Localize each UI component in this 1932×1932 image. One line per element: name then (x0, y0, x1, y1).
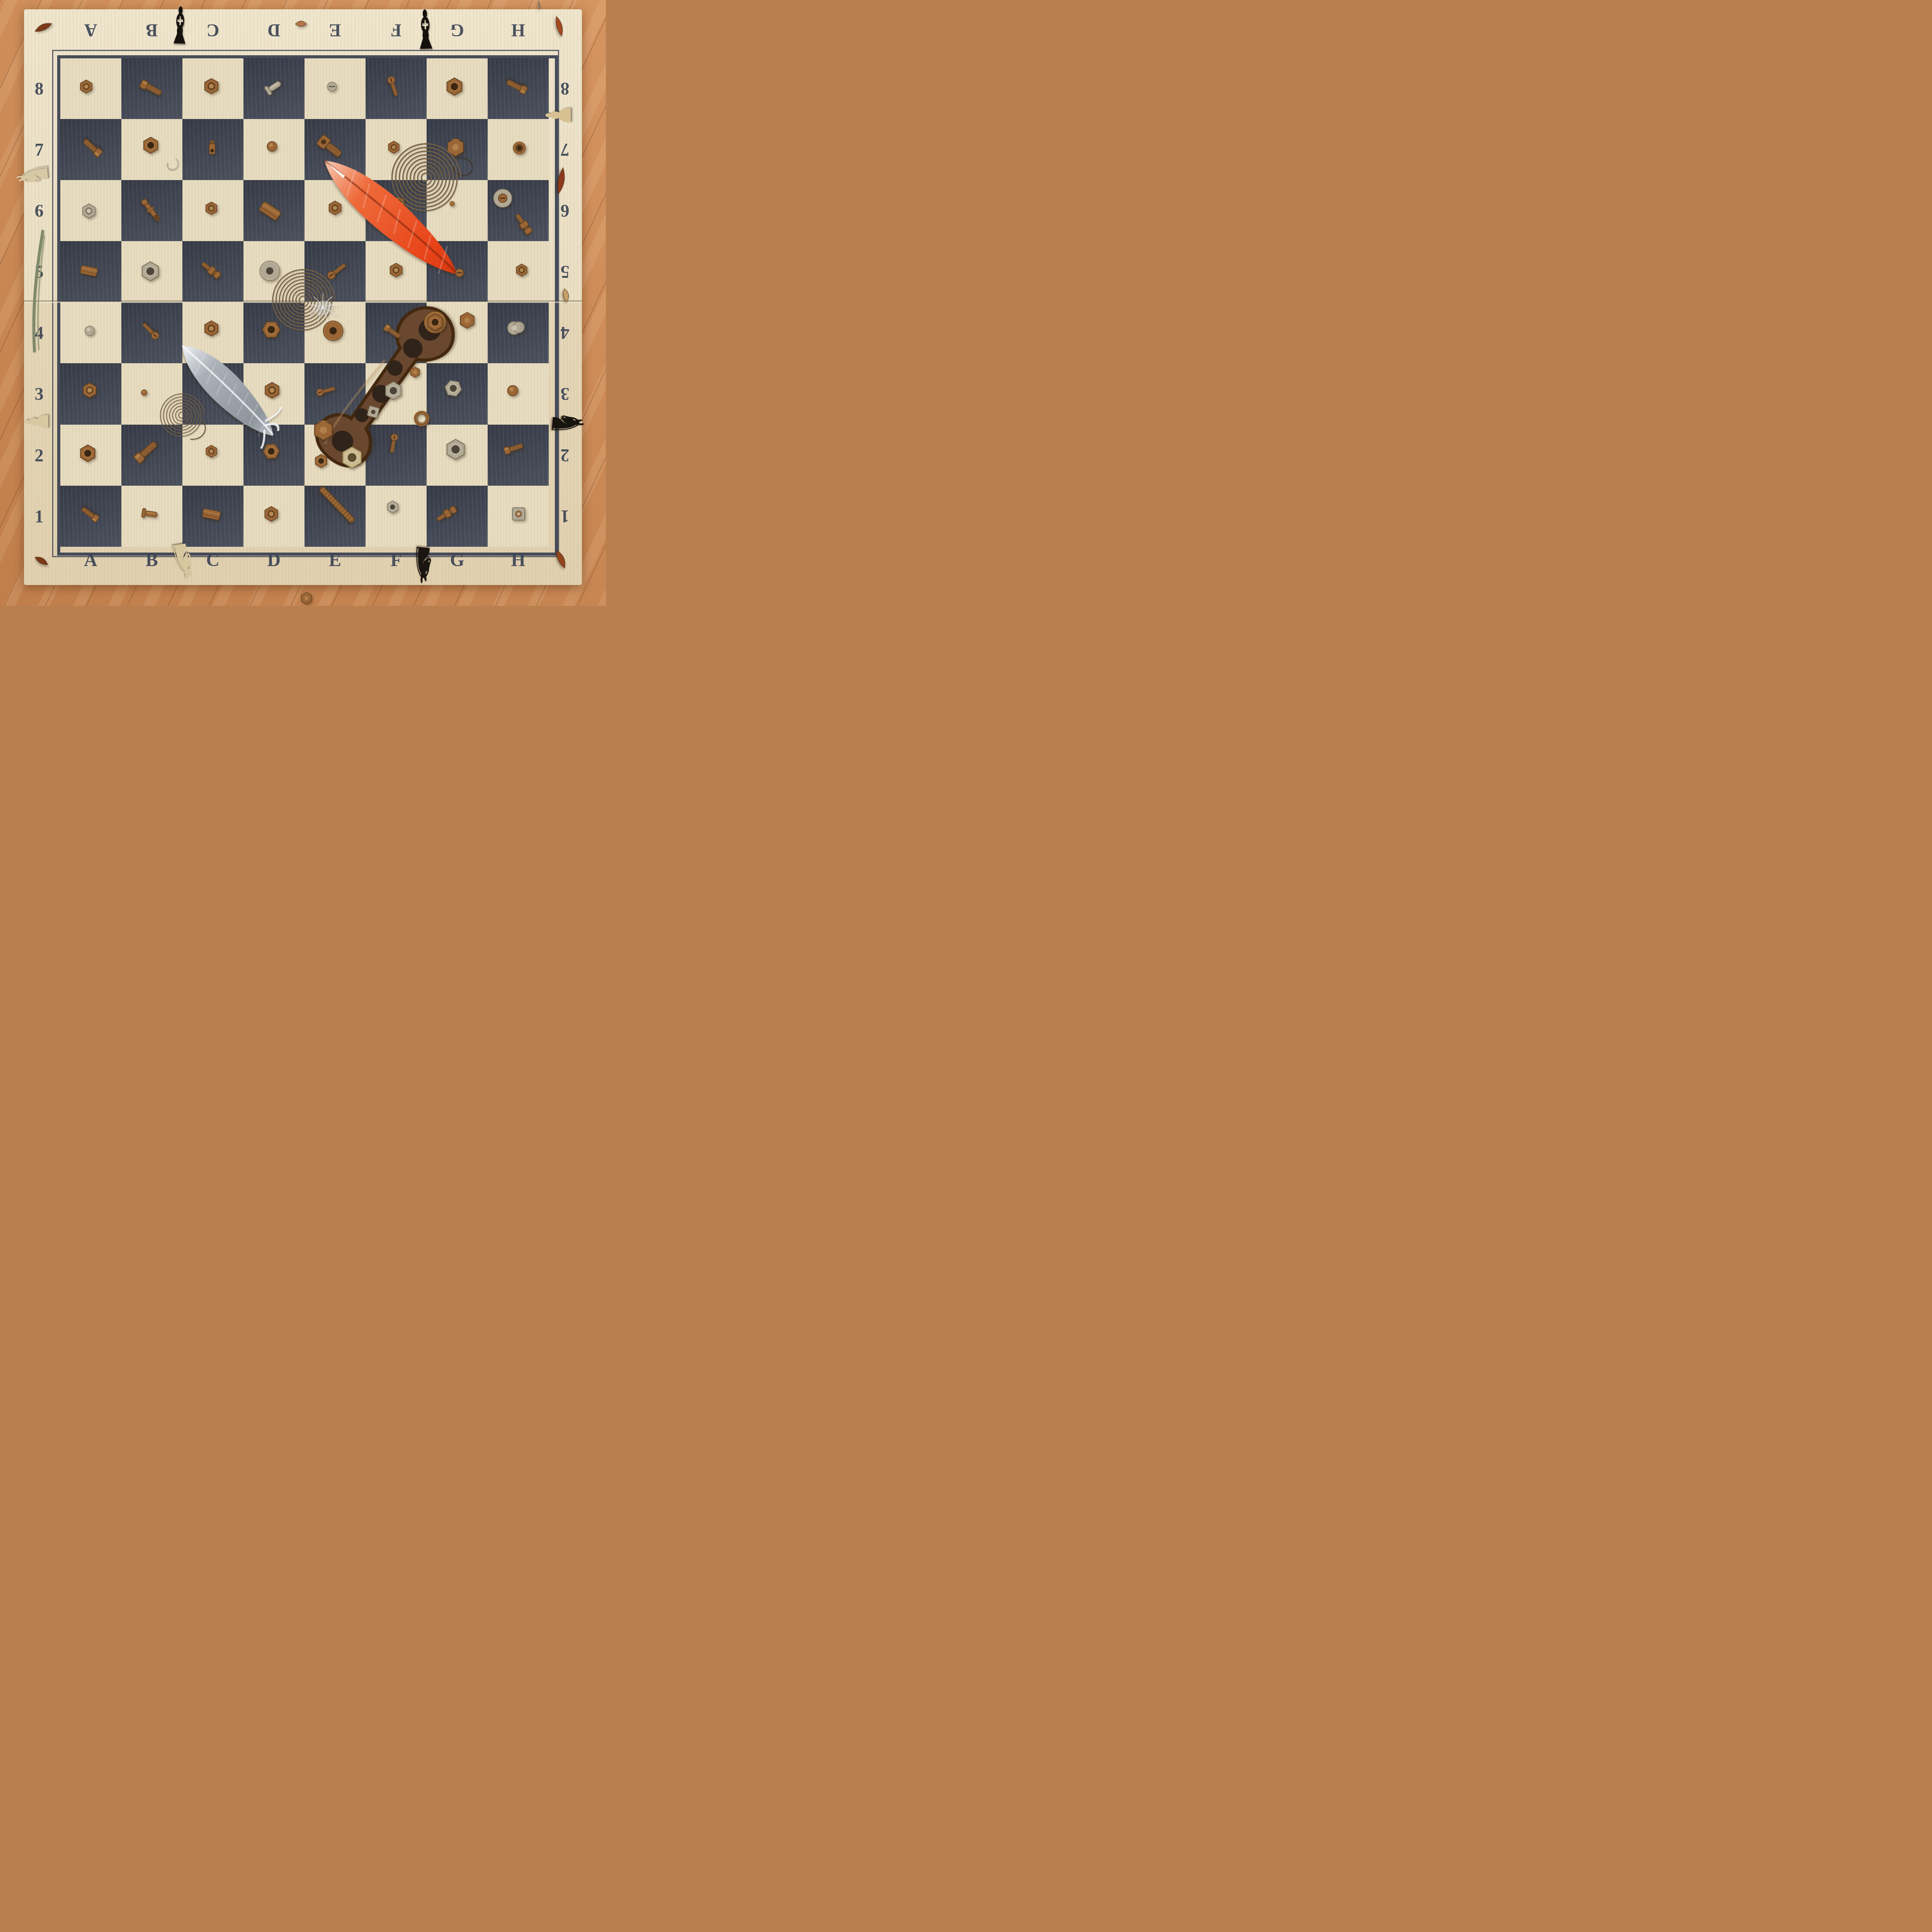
file-label-bottom-h: H (511, 549, 526, 570)
file-label-top-g: G (450, 20, 464, 41)
square-g3 (427, 363, 488, 424)
square-g4 (427, 302, 488, 363)
rank-label-right-4: 4 (561, 323, 570, 343)
file-label-bottom-g: G (450, 549, 464, 570)
square-a7 (60, 119, 121, 180)
square-e6 (304, 180, 366, 241)
square-b7 (121, 119, 182, 180)
rank-label-left-5: 5 (35, 262, 44, 282)
square-b8 (121, 58, 182, 119)
file-label-top-d: D (267, 20, 280, 41)
square-f5 (366, 241, 427, 302)
square-d4 (243, 302, 304, 363)
square-h4 (488, 302, 549, 363)
square-e3 (304, 363, 366, 424)
file-label-top-c: C (206, 20, 219, 41)
square-b5 (121, 241, 182, 302)
rank-label-left-1: 1 (35, 506, 44, 526)
file-label-top-b: B (146, 20, 158, 41)
square-h8 (488, 58, 549, 119)
square-f7 (366, 119, 427, 180)
rank-label-right-6: 6 (561, 201, 570, 221)
square-c5 (182, 241, 243, 302)
square-h3 (488, 363, 549, 424)
square-h6 (488, 180, 549, 241)
square-e1 (304, 486, 366, 547)
rank-label-left-4: 4 (35, 323, 44, 343)
square-g1 (427, 486, 488, 547)
rank-label-right-7: 7 (561, 139, 570, 160)
file-label-bottom-b: B (146, 549, 158, 570)
square-c7 (182, 119, 243, 180)
file-label-bottom-c: C (206, 549, 219, 570)
file-label-bottom-f: F (390, 549, 401, 570)
square-d3 (243, 363, 304, 424)
square-b4 (121, 302, 182, 363)
square-f2 (366, 425, 427, 486)
file-label-bottom-d: D (267, 549, 281, 570)
file-label-bottom-e: E (329, 549, 341, 570)
square-d6 (243, 180, 304, 241)
square-c1 (182, 486, 243, 547)
square-e5 (304, 241, 366, 302)
rank-label-right-1: 1 (561, 506, 570, 526)
square-d2 (243, 425, 304, 486)
file-label-top-e: E (329, 20, 341, 41)
square-g7 (427, 119, 488, 180)
square-c3 (182, 363, 243, 424)
rank-label-left-3: 3 (35, 384, 44, 404)
square-h2 (488, 425, 549, 486)
square-c2 (182, 425, 243, 486)
square-a5 (60, 241, 121, 302)
square-b1 (121, 486, 182, 547)
square-a2 (60, 425, 121, 486)
rank-label-right-8: 8 (561, 78, 570, 99)
square-d1 (243, 486, 304, 547)
square-c8 (182, 58, 243, 119)
rank-label-left-8: 8 (35, 78, 44, 99)
file-label-top-h: H (511, 20, 525, 41)
file-label-bottom-a: A (84, 549, 97, 570)
pin-top-right (534, 0, 545, 10)
rank-label-left-2: 2 (35, 445, 44, 465)
square-b3 (121, 363, 182, 424)
square-e7 (304, 119, 366, 180)
square-f4 (366, 302, 427, 363)
square-h1 (488, 486, 549, 547)
rank-label-right-3: 3 (561, 384, 570, 404)
square-h7 (488, 119, 549, 180)
square-a3 (60, 363, 121, 424)
rank-label-right-5: 5 (561, 262, 570, 282)
rank-label-right-2: 2 (561, 445, 570, 465)
square-g5 (427, 241, 488, 302)
square-b2 (121, 425, 182, 486)
square-f1 (366, 486, 427, 547)
square-c6 (182, 180, 243, 241)
rank-label-left-7: 7 (35, 139, 44, 160)
clamp-floor (300, 591, 313, 604)
square-a1 (60, 486, 121, 547)
file-label-top-a: A (84, 20, 97, 41)
square-d8 (243, 58, 304, 119)
chess-still-life-photo: AABBCCDDEEFFGGHH8877665544332211 ♝♝♟♞♞♞♟… (0, 0, 606, 606)
square-f6 (366, 180, 427, 241)
square-h5 (488, 241, 549, 302)
file-label-top-f: F (391, 20, 401, 41)
square-g2 (427, 425, 488, 486)
square-d5 (243, 241, 304, 302)
square-f3 (366, 363, 427, 424)
square-b6 (121, 180, 182, 241)
rank-label-left-6: 6 (35, 201, 44, 221)
square-a6 (60, 180, 121, 241)
square-a8 (60, 58, 121, 119)
square-a4 (60, 302, 121, 363)
square-e8 (304, 58, 366, 119)
square-f8 (366, 58, 427, 119)
square-e4 (304, 302, 366, 363)
square-g6 (427, 180, 488, 241)
square-c4 (182, 302, 243, 363)
square-d7 (243, 119, 304, 180)
square-g8 (427, 58, 488, 119)
square-e2 (304, 425, 366, 486)
